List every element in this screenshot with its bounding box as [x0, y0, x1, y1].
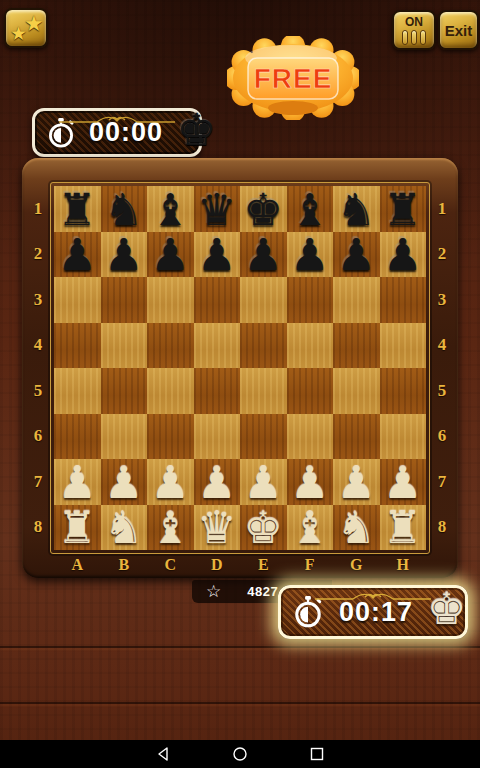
square-f2[interactable]: ♟ [287, 232, 334, 278]
filigree-ornament [57, 113, 177, 126]
file-label-f: F [287, 551, 334, 578]
piece-wB: ♝ [147, 504, 194, 552]
square-a5[interactable] [54, 368, 101, 414]
piece-wR: ♜ [54, 504, 101, 552]
square-f6[interactable] [287, 414, 334, 460]
rank-labels-right: 12345678 [426, 186, 458, 550]
piece-bR: ♜ [380, 186, 427, 234]
square-e1[interactable]: ♚ [240, 186, 287, 232]
piece-wP: ♟ [147, 459, 194, 507]
piece-wP: ♟ [287, 459, 334, 507]
piece-bP: ♟ [101, 231, 148, 279]
file-label-d: D [194, 551, 241, 578]
square-b3[interactable] [101, 277, 148, 323]
white-timer-panel: 00:17 ♚ [278, 585, 468, 639]
piece-wP: ♟ [194, 459, 241, 507]
square-d7[interactable]: ♟ [194, 459, 241, 505]
wood-plank-seam [0, 646, 480, 648]
square-c3[interactable] [147, 277, 194, 323]
square-d5[interactable] [194, 368, 241, 414]
file-labels: ABCDEFGH [54, 551, 426, 578]
chess-board: ♜♞♝♛♚♝♞♜♟♟♟♟♟♟♟♟♟♟♟♟♟♟♟♟♜♞♝♛♚♝♞♜ [54, 186, 426, 550]
file-label-c: C [147, 551, 194, 578]
square-d6[interactable] [194, 414, 241, 460]
square-h5[interactable] [380, 368, 427, 414]
square-f4[interactable] [287, 323, 334, 369]
square-e7[interactable]: ♟ [240, 459, 287, 505]
square-c2[interactable]: ♟ [147, 232, 194, 278]
square-g3[interactable] [333, 277, 380, 323]
square-d8[interactable]: ♛ [194, 505, 241, 551]
square-h6[interactable] [380, 414, 427, 460]
square-e3[interactable] [240, 277, 287, 323]
piece-bP: ♟ [240, 231, 287, 279]
app-screen: { "game": "chess", "app": { "badge": "FR… [0, 0, 480, 768]
square-h2[interactable]: ♟ [380, 232, 427, 278]
free-badge-label: FREE [254, 63, 333, 94]
square-a2[interactable]: ♟ [54, 232, 101, 278]
square-d4[interactable] [194, 323, 241, 369]
file-label-e: E [240, 551, 287, 578]
square-e4[interactable] [240, 323, 287, 369]
square-a3[interactable] [54, 277, 101, 323]
rank-label-1: 1 [22, 186, 54, 232]
piece-bK: ♚ [240, 186, 287, 234]
square-c4[interactable] [147, 323, 194, 369]
rank-label-6: 6 [22, 414, 54, 460]
square-f3[interactable] [287, 277, 334, 323]
rank-label-4: 4 [22, 323, 54, 369]
square-f7[interactable]: ♟ [287, 459, 334, 505]
rank-label-4: 4 [426, 323, 458, 369]
star-icon: ★ [24, 11, 44, 36]
sound-toggle-label: ON [405, 15, 423, 29]
exit-button-label: Exit [445, 22, 473, 39]
square-h3[interactable] [380, 277, 427, 323]
piece-wP: ♟ [380, 459, 427, 507]
piece-bP: ♟ [194, 231, 241, 279]
rank-label-7: 7 [426, 459, 458, 505]
piece-wP: ♟ [101, 459, 148, 507]
square-a7[interactable]: ♟ [54, 459, 101, 505]
wood-plank-seam [0, 702, 480, 704]
rank-label-3: 3 [426, 277, 458, 323]
piece-wB: ♝ [287, 504, 334, 552]
rank-label-7: 7 [22, 459, 54, 505]
square-a4[interactable] [54, 323, 101, 369]
rank-label-6: 6 [426, 414, 458, 460]
filigree-ornament [313, 590, 433, 603]
rank-label-2: 2 [426, 232, 458, 278]
square-g1[interactable]: ♞ [333, 186, 380, 232]
square-b6[interactable] [101, 414, 148, 460]
square-c6[interactable] [147, 414, 194, 460]
square-g4[interactable] [333, 323, 380, 369]
square-f1[interactable]: ♝ [287, 186, 334, 232]
android-navbar [0, 740, 480, 768]
square-g7[interactable]: ♟ [333, 459, 380, 505]
square-c5[interactable] [147, 368, 194, 414]
square-a1[interactable]: ♜ [54, 186, 101, 232]
square-a8[interactable]: ♜ [54, 505, 101, 551]
piece-wQ: ♛ [194, 504, 241, 552]
square-a6[interactable] [54, 414, 101, 460]
square-g2[interactable]: ♟ [333, 232, 380, 278]
piece-bP: ♟ [147, 231, 194, 279]
piece-bP: ♟ [287, 231, 334, 279]
piece-wP: ♟ [54, 459, 101, 507]
square-h4[interactable] [380, 323, 427, 369]
free-badge[interactable]: FREE [227, 36, 359, 120]
square-e8[interactable]: ♚ [240, 505, 287, 551]
piece-bP: ♟ [54, 231, 101, 279]
square-b7[interactable]: ♟ [101, 459, 148, 505]
square-c1[interactable]: ♝ [147, 186, 194, 232]
piece-bP: ♟ [380, 231, 427, 279]
file-label-a: A [54, 551, 101, 578]
rank-label-5: 5 [22, 368, 54, 414]
home-icon[interactable] [232, 746, 248, 762]
piece-wN: ♞ [333, 504, 380, 552]
rank-label-8: 8 [426, 505, 458, 551]
square-h1[interactable]: ♜ [380, 186, 427, 232]
square-f8[interactable]: ♝ [287, 505, 334, 551]
square-b8[interactable]: ♞ [101, 505, 148, 551]
square-d1[interactable]: ♛ [194, 186, 241, 232]
square-c7[interactable]: ♟ [147, 459, 194, 505]
file-label-g: G [333, 551, 380, 578]
square-e5[interactable] [240, 368, 287, 414]
chess-board-frame: ♜♞♝♛♚♝♞♜♟♟♟♟♟♟♟♟♟♟♟♟♟♟♟♟♜♞♝♛♚♝♞♜ 1234567… [22, 158, 458, 578]
square-b1[interactable]: ♞ [101, 186, 148, 232]
piece-wP: ♟ [240, 459, 287, 507]
piece-bQ: ♛ [194, 186, 241, 234]
square-c8[interactable]: ♝ [147, 505, 194, 551]
square-f5[interactable] [287, 368, 334, 414]
piece-wK: ♚ [240, 504, 287, 552]
sound-bars-icon [402, 30, 426, 45]
square-h7[interactable]: ♟ [380, 459, 427, 505]
square-e6[interactable] [240, 414, 287, 460]
piece-bP: ♟ [333, 231, 380, 279]
square-b4[interactable] [101, 323, 148, 369]
piece-bB: ♝ [287, 186, 334, 234]
rank-labels-left: 12345678 [22, 186, 54, 550]
sound-toggle-button[interactable]: ON [392, 10, 436, 50]
piece-bN: ♞ [333, 186, 380, 234]
rank-label-2: 2 [22, 232, 54, 278]
white-king-icon: ♚ [427, 589, 466, 629]
piece-bB: ♝ [147, 186, 194, 234]
square-d3[interactable] [194, 277, 241, 323]
square-e2[interactable]: ♟ [240, 232, 287, 278]
piece-bR: ♜ [54, 186, 101, 234]
square-h8[interactable]: ♜ [380, 505, 427, 551]
piece-wR: ♜ [380, 504, 427, 552]
back-icon[interactable] [155, 746, 171, 762]
score-star-icon: ☆ [206, 583, 221, 600]
achievements-button[interactable]: ★ ★ [4, 8, 48, 48]
rank-label-8: 8 [22, 505, 54, 551]
square-b5[interactable] [101, 368, 148, 414]
square-g6[interactable] [333, 414, 380, 460]
square-g5[interactable] [333, 368, 380, 414]
exit-button[interactable]: Exit [438, 10, 479, 50]
square-d2[interactable]: ♟ [194, 232, 241, 278]
square-g8[interactable]: ♞ [333, 505, 380, 551]
score-value: 4827 [247, 584, 278, 599]
rank-label-1: 1 [426, 186, 458, 232]
piece-bN: ♞ [101, 186, 148, 234]
rank-label-5: 5 [426, 368, 458, 414]
black-timer-panel: 00:00 ♚ [32, 108, 202, 157]
recents-icon[interactable] [309, 746, 325, 762]
square-b2[interactable]: ♟ [101, 232, 148, 278]
file-label-b: B [101, 551, 148, 578]
file-label-h: H [380, 551, 427, 578]
black-king-icon: ♚ [177, 110, 216, 150]
piece-wN: ♞ [101, 504, 148, 552]
piece-wP: ♟ [333, 459, 380, 507]
rank-label-3: 3 [22, 277, 54, 323]
